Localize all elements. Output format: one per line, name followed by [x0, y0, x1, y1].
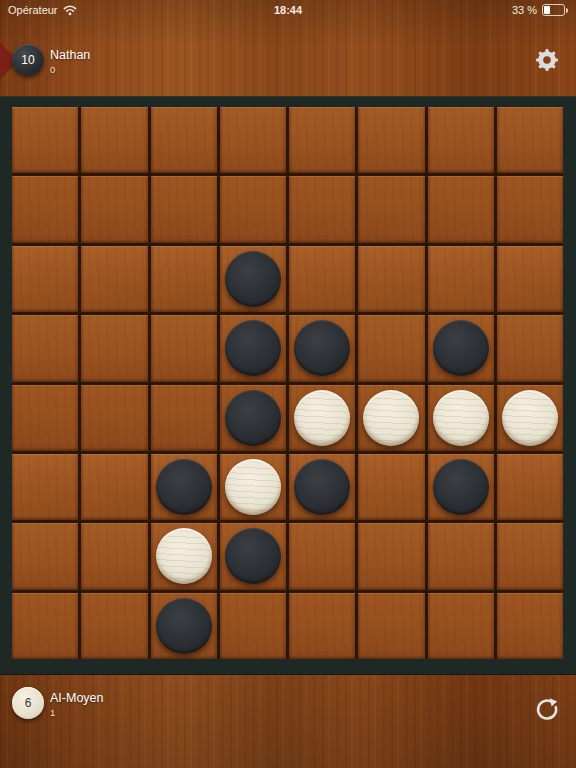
board-cell-d3[interactable]: [220, 246, 286, 312]
black-disc: [156, 598, 212, 654]
board-cell-c1[interactable]: [151, 107, 217, 173]
board-cell-g5[interactable]: [428, 385, 494, 451]
bottom-player-name: AI-Moyen: [50, 691, 104, 705]
board-cell-e8[interactable]: [289, 593, 355, 659]
board-cell-e4[interactable]: [289, 315, 355, 381]
board-cell-f5[interactable]: [358, 385, 424, 451]
black-disc: [294, 459, 350, 515]
board-cell-a8[interactable]: [12, 593, 78, 659]
status-bar: Opérateur 18:44 33 %: [0, 0, 576, 20]
top-player-name: Nathan: [50, 48, 90, 62]
top-player-bar: 10 Nathan 0: [0, 20, 576, 96]
bottom-player-score: 1: [50, 707, 104, 718]
black-disc: [225, 251, 281, 307]
board-cell-c4[interactable]: [151, 315, 217, 381]
board-cell-h2[interactable]: [497, 176, 563, 242]
board-cell-h3[interactable]: [497, 246, 563, 312]
board-cell-f8[interactable]: [358, 593, 424, 659]
board-cell-e2[interactable]: [289, 176, 355, 242]
board-cell-h8[interactable]: [497, 593, 563, 659]
battery-icon: [542, 4, 565, 16]
board-cell-d4[interactable]: [220, 315, 286, 381]
board-cell-g4[interactable]: [428, 315, 494, 381]
board-cell-e1[interactable]: [289, 107, 355, 173]
clock: 18:44: [0, 4, 576, 16]
board-cell-h5[interactable]: [497, 385, 563, 451]
board-cell-g3[interactable]: [428, 246, 494, 312]
white-count-disc: 6: [12, 687, 44, 719]
board-cell-a2[interactable]: [12, 176, 78, 242]
board-cell-h6[interactable]: [497, 454, 563, 520]
refresh-icon: [534, 697, 560, 723]
board-cell-b5[interactable]: [81, 385, 147, 451]
board-cell-h4[interactable]: [497, 315, 563, 381]
black-disc: [433, 320, 489, 376]
battery-percent-label: 33 %: [512, 4, 537, 16]
board-cell-a1[interactable]: [12, 107, 78, 173]
board-cell-b8[interactable]: [81, 593, 147, 659]
board-cell-a6[interactable]: [12, 454, 78, 520]
white-disc: [156, 528, 212, 584]
board-cell-f4[interactable]: [358, 315, 424, 381]
board-cell-g1[interactable]: [428, 107, 494, 173]
board-cell-b1[interactable]: [81, 107, 147, 173]
board-cell-d2[interactable]: [220, 176, 286, 242]
black-disc: [225, 528, 281, 584]
board-cell-e5[interactable]: [289, 385, 355, 451]
board-cell-h7[interactable]: [497, 523, 563, 589]
board-cell-h1[interactable]: [497, 107, 563, 173]
board-cell-d8[interactable]: [220, 593, 286, 659]
board-cell-c5[interactable]: [151, 385, 217, 451]
black-disc: [156, 459, 212, 515]
board-cell-b4[interactable]: [81, 315, 147, 381]
settings-button[interactable]: [534, 47, 560, 73]
board-cell-c6[interactable]: [151, 454, 217, 520]
board-cell-d6[interactable]: [220, 454, 286, 520]
black-count-disc: 10: [12, 44, 44, 76]
white-disc: [225, 459, 281, 515]
board-cell-f7[interactable]: [358, 523, 424, 589]
black-disc: [225, 320, 281, 376]
board-cell-e6[interactable]: [289, 454, 355, 520]
black-disc-count: 10: [21, 53, 34, 67]
board-cell-e3[interactable]: [289, 246, 355, 312]
board-cell-d5[interactable]: [220, 385, 286, 451]
board-cell-c8[interactable]: [151, 593, 217, 659]
gear-icon: [535, 48, 559, 72]
carrier-label: Opérateur: [8, 4, 58, 16]
board-cell-a5[interactable]: [12, 385, 78, 451]
white-disc: [294, 390, 350, 446]
othello-app: { "game": "Othello (Reversi)", "status_b…: [0, 0, 576, 768]
board-grid: [12, 107, 563, 659]
board-cell-c7[interactable]: [151, 523, 217, 589]
board-cell-d7[interactable]: [220, 523, 286, 589]
board-cell-b3[interactable]: [81, 246, 147, 312]
white-disc: [502, 390, 558, 446]
board-cell-b6[interactable]: [81, 454, 147, 520]
board-cell-b2[interactable]: [81, 176, 147, 242]
white-disc: [363, 390, 419, 446]
board-cell-f1[interactable]: [358, 107, 424, 173]
black-disc: [433, 459, 489, 515]
board-cell-f2[interactable]: [358, 176, 424, 242]
board-cell-f6[interactable]: [358, 454, 424, 520]
board-cell-c2[interactable]: [151, 176, 217, 242]
board-cell-e7[interactable]: [289, 523, 355, 589]
board-cell-c3[interactable]: [151, 246, 217, 312]
white-disc-count: 6: [25, 696, 32, 710]
wifi-icon: [63, 4, 77, 16]
board-cell-g7[interactable]: [428, 523, 494, 589]
white-disc: [433, 390, 489, 446]
board-frame: [0, 96, 576, 675]
board-cell-b7[interactable]: [81, 523, 147, 589]
restart-button[interactable]: [534, 697, 560, 723]
board-cell-d1[interactable]: [220, 107, 286, 173]
board-cell-f3[interactable]: [358, 246, 424, 312]
top-player-score: 0: [50, 64, 90, 75]
bottom-player-bar: 6 AI-Moyen 1: [0, 675, 576, 768]
board-cell-a3[interactable]: [12, 246, 78, 312]
board-cell-g2[interactable]: [428, 176, 494, 242]
black-disc: [225, 390, 281, 446]
board-cell-g8[interactable]: [428, 593, 494, 659]
board-cell-a7[interactable]: [12, 523, 78, 589]
board-cell-a4[interactable]: [12, 315, 78, 381]
board-cell-g6[interactable]: [428, 454, 494, 520]
black-disc: [294, 320, 350, 376]
